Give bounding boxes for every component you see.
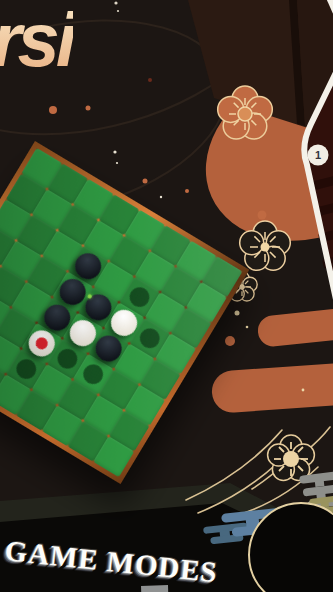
wall-panels [188, 0, 333, 136]
flower-solid-icon [218, 86, 273, 139]
phone-badge-label: 1 [315, 149, 321, 161]
phone-badge-circle [308, 145, 329, 166]
app-title-fragment: rsi [0, 2, 73, 78]
move-hint[interactable] [54, 345, 81, 372]
move-hint[interactable] [136, 325, 163, 352]
terracotta-fan [177, 31, 333, 274]
move-hint[interactable] [126, 283, 153, 310]
phone-mockup: 1 [304, 0, 333, 318]
move-hint[interactable] [13, 355, 40, 382]
reversi-board [0, 141, 249, 484]
flower-outline-icon [240, 221, 291, 270]
terracotta-pills [211, 306, 333, 414]
game-screen: 1 rsi GAME MODES [0, 0, 333, 592]
board-pieces [0, 148, 242, 477]
last-move-disc [24, 326, 60, 362]
last-move-marker [33, 335, 49, 351]
flower-bottom-icon [268, 435, 315, 481]
move-hint[interactable] [79, 361, 106, 388]
black-disc [91, 331, 127, 367]
